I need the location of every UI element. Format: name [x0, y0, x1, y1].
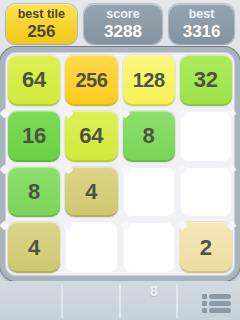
- tile-4: 4: [65, 167, 117, 218]
- column-divider: [61, 284, 63, 318]
- footer-bar: 8: [0, 281, 240, 320]
- score-value: 3288: [84, 22, 163, 41]
- tile-4: 4: [8, 222, 60, 273]
- best-tile-label: best tile: [6, 7, 77, 22]
- empty-cell: [65, 222, 117, 273]
- tile-16: 16: [8, 111, 60, 162]
- tile-32: 32: [180, 55, 232, 106]
- best-tile-badge: best tile 256: [6, 4, 77, 44]
- game-board[interactable]: 6425612832166488442: [0, 47, 240, 281]
- column-divider: [176, 284, 178, 318]
- menu-bar: [209, 301, 231, 306]
- menu-dot: [202, 308, 207, 313]
- best-score-badge: best 3316: [169, 4, 234, 44]
- tile-256: 256: [65, 55, 117, 106]
- menu-button[interactable]: [202, 291, 234, 315]
- menu-dot: [202, 294, 207, 299]
- menu-bar: [209, 308, 231, 313]
- empty-cell: [180, 111, 232, 162]
- empty-cell: [123, 167, 175, 218]
- tile-128: 128: [123, 55, 175, 106]
- empty-cell: [123, 222, 175, 273]
- empty-cell: [180, 167, 232, 218]
- spawn-indicator: 8: [144, 283, 164, 299]
- tile-64: 64: [8, 55, 60, 106]
- tile-64: 64: [65, 111, 117, 162]
- best-tile-value: 256: [6, 22, 77, 41]
- best-score-value: 3316: [169, 22, 234, 41]
- menu-dot: [202, 301, 207, 306]
- tile-8: 8: [8, 167, 60, 218]
- score-label: score: [84, 7, 163, 22]
- best-score-label: best: [169, 7, 234, 22]
- tile-8: 8: [123, 111, 175, 162]
- app-screen: best tile 256 score 3288 best 3316 64256…: [0, 0, 240, 320]
- column-divider: [119, 284, 121, 318]
- scoreboard: best tile 256 score 3288 best 3316: [0, 4, 240, 46]
- tile-2: 2: [180, 222, 232, 273]
- score-badge: score 3288: [84, 4, 163, 44]
- menu-bar: [209, 294, 231, 299]
- list-menu-icon: [202, 294, 234, 313]
- tile-grid: 6425612832166488442: [5, 52, 235, 276]
